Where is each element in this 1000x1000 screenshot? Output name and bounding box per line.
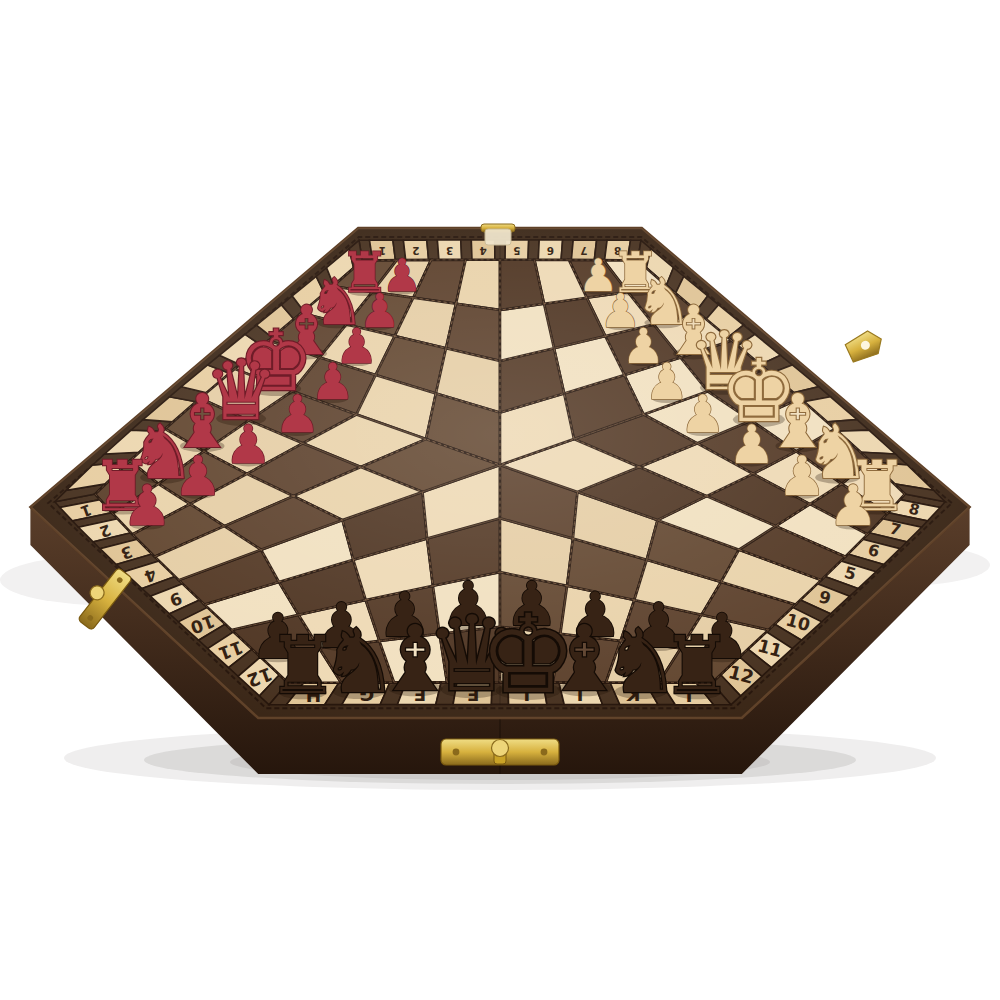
product-photo-three-player-chess: 123456781234910111287659101112HGFEIJKL ♜… <box>0 0 1000 1000</box>
piece-red-P: ♟ <box>174 444 223 508</box>
piece-red-P: ♟ <box>274 384 320 444</box>
top-hinge <box>481 224 515 245</box>
piece-red-P: ♟ <box>225 414 273 475</box>
piece-natural-P: ♟ <box>728 414 776 475</box>
front-latch <box>441 739 559 765</box>
piece-natural-P: ♟ <box>778 444 827 508</box>
piece-dark-R: ♜ <box>661 619 732 712</box>
piece-natural-P: ♟ <box>828 473 878 538</box>
right-clasp <box>844 327 886 364</box>
piece-natural-P: ♟ <box>680 384 726 444</box>
three-player-chess-board: 123456781234910111287659101112HGFEIJKL ♜… <box>0 0 1000 1000</box>
piece-red-P: ♟ <box>122 473 172 538</box>
piece-dark-R: ♜ <box>267 619 338 712</box>
